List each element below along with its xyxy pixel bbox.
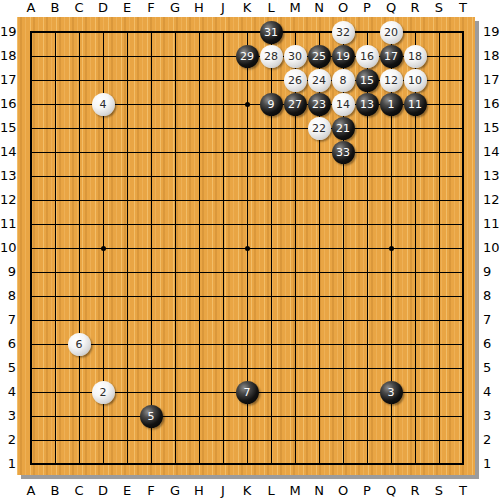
intersection[interactable] <box>139 260 163 284</box>
intersection[interactable] <box>403 404 427 428</box>
intersection[interactable] <box>187 188 211 212</box>
intersection[interactable]: 11 <box>403 92 427 116</box>
intersection[interactable] <box>115 164 139 188</box>
intersection[interactable]: 3 <box>379 380 403 404</box>
intersection[interactable] <box>451 92 475 116</box>
intersection[interactable] <box>427 20 451 44</box>
intersection[interactable] <box>139 116 163 140</box>
intersection[interactable] <box>331 212 355 236</box>
intersection[interactable]: 19 <box>331 44 355 68</box>
intersection[interactable] <box>19 188 43 212</box>
intersection[interactable] <box>235 92 259 116</box>
intersection[interactable] <box>331 452 355 476</box>
intersection[interactable] <box>91 452 115 476</box>
intersection[interactable] <box>115 116 139 140</box>
intersection[interactable] <box>139 236 163 260</box>
intersection[interactable] <box>163 332 187 356</box>
intersection[interactable] <box>427 68 451 92</box>
intersection[interactable] <box>211 188 235 212</box>
intersection[interactable] <box>427 260 451 284</box>
intersection[interactable] <box>67 356 91 380</box>
intersection[interactable] <box>187 116 211 140</box>
intersection[interactable] <box>211 20 235 44</box>
intersection[interactable] <box>307 428 331 452</box>
intersection[interactable] <box>139 428 163 452</box>
intersection[interactable] <box>403 212 427 236</box>
intersection[interactable] <box>139 380 163 404</box>
intersection[interactable] <box>379 284 403 308</box>
intersection[interactable] <box>379 116 403 140</box>
intersection[interactable] <box>115 332 139 356</box>
intersection[interactable] <box>91 260 115 284</box>
intersection[interactable] <box>67 236 91 260</box>
intersection[interactable] <box>139 164 163 188</box>
intersection[interactable] <box>187 404 211 428</box>
intersection[interactable]: 15 <box>355 68 379 92</box>
intersection[interactable] <box>307 188 331 212</box>
intersection[interactable] <box>403 428 427 452</box>
intersection[interactable] <box>139 188 163 212</box>
intersection[interactable] <box>307 236 331 260</box>
intersection[interactable]: 12 <box>379 68 403 92</box>
intersection[interactable] <box>115 236 139 260</box>
intersection[interactable]: 20 <box>379 20 403 44</box>
intersection[interactable] <box>115 452 139 476</box>
intersection[interactable] <box>163 236 187 260</box>
intersection[interactable] <box>211 452 235 476</box>
intersection[interactable] <box>211 404 235 428</box>
intersection[interactable]: 1 <box>379 92 403 116</box>
intersection[interactable]: 14 <box>331 92 355 116</box>
intersection[interactable] <box>259 188 283 212</box>
intersection[interactable] <box>355 116 379 140</box>
intersection[interactable] <box>67 428 91 452</box>
intersection[interactable] <box>19 356 43 380</box>
intersection[interactable] <box>115 308 139 332</box>
intersection[interactable] <box>115 140 139 164</box>
intersection[interactable] <box>19 236 43 260</box>
intersection[interactable] <box>403 356 427 380</box>
intersection[interactable] <box>331 404 355 428</box>
intersection[interactable] <box>403 332 427 356</box>
intersection[interactable] <box>91 68 115 92</box>
intersection[interactable] <box>451 116 475 140</box>
intersection[interactable] <box>427 212 451 236</box>
intersection[interactable] <box>67 212 91 236</box>
intersection[interactable] <box>115 20 139 44</box>
intersection[interactable] <box>163 68 187 92</box>
intersection[interactable] <box>211 116 235 140</box>
intersection[interactable] <box>163 212 187 236</box>
intersection[interactable] <box>187 164 211 188</box>
intersection[interactable] <box>211 92 235 116</box>
intersection[interactable]: 17 <box>379 44 403 68</box>
intersection[interactable] <box>43 356 67 380</box>
intersection[interactable] <box>163 20 187 44</box>
intersection[interactable]: 26 <box>283 68 307 92</box>
intersection[interactable]: 24 <box>307 68 331 92</box>
intersection[interactable] <box>139 452 163 476</box>
intersection[interactable] <box>91 308 115 332</box>
intersection[interactable] <box>283 140 307 164</box>
intersection[interactable] <box>235 404 259 428</box>
intersection[interactable] <box>451 44 475 68</box>
intersection[interactable] <box>91 428 115 452</box>
intersection[interactable] <box>235 332 259 356</box>
intersection[interactable] <box>19 44 43 68</box>
intersection[interactable] <box>67 68 91 92</box>
intersection[interactable] <box>283 452 307 476</box>
intersection[interactable] <box>307 284 331 308</box>
intersection[interactable]: 25 <box>307 44 331 68</box>
intersection[interactable] <box>43 404 67 428</box>
intersection[interactable] <box>307 308 331 332</box>
intersection[interactable] <box>115 380 139 404</box>
intersection[interactable] <box>331 236 355 260</box>
intersection[interactable] <box>187 356 211 380</box>
intersection[interactable] <box>187 140 211 164</box>
intersection[interactable] <box>235 308 259 332</box>
intersection[interactable]: 22 <box>307 116 331 140</box>
intersection[interactable]: 7 <box>235 380 259 404</box>
intersection[interactable] <box>283 308 307 332</box>
intersection[interactable] <box>19 68 43 92</box>
intersection[interactable] <box>403 188 427 212</box>
intersection[interactable] <box>259 356 283 380</box>
intersection[interactable] <box>451 356 475 380</box>
intersection[interactable] <box>259 428 283 452</box>
intersection[interactable] <box>187 332 211 356</box>
intersection[interactable] <box>259 308 283 332</box>
intersection[interactable] <box>211 260 235 284</box>
intersection[interactable] <box>451 236 475 260</box>
intersection[interactable] <box>331 356 355 380</box>
intersection[interactable] <box>67 284 91 308</box>
intersection[interactable] <box>115 44 139 68</box>
intersection[interactable]: 33 <box>331 140 355 164</box>
intersection[interactable] <box>67 188 91 212</box>
intersection[interactable] <box>259 452 283 476</box>
intersection[interactable] <box>379 236 403 260</box>
intersection[interactable] <box>163 116 187 140</box>
intersection[interactable] <box>283 380 307 404</box>
intersection[interactable] <box>307 20 331 44</box>
intersection[interactable] <box>139 68 163 92</box>
intersection[interactable] <box>43 164 67 188</box>
intersection[interactable] <box>331 260 355 284</box>
intersection[interactable] <box>67 404 91 428</box>
intersection[interactable] <box>427 140 451 164</box>
intersection[interactable] <box>331 164 355 188</box>
intersection[interactable] <box>187 452 211 476</box>
intersection[interactable] <box>139 212 163 236</box>
intersection[interactable] <box>187 44 211 68</box>
intersection[interactable] <box>67 380 91 404</box>
intersection[interactable] <box>427 116 451 140</box>
intersection[interactable] <box>235 116 259 140</box>
intersection[interactable] <box>43 140 67 164</box>
intersection[interactable] <box>235 164 259 188</box>
intersection[interactable] <box>115 92 139 116</box>
intersection[interactable] <box>67 260 91 284</box>
intersection[interactable] <box>139 140 163 164</box>
intersection[interactable] <box>427 428 451 452</box>
intersection[interactable] <box>91 404 115 428</box>
intersection[interactable]: 13 <box>355 92 379 116</box>
intersection[interactable] <box>67 116 91 140</box>
intersection[interactable] <box>355 308 379 332</box>
intersection[interactable] <box>115 356 139 380</box>
intersection[interactable] <box>379 212 403 236</box>
intersection[interactable] <box>427 332 451 356</box>
intersection[interactable] <box>139 92 163 116</box>
intersection[interactable] <box>139 20 163 44</box>
intersection[interactable] <box>43 20 67 44</box>
intersection[interactable] <box>307 260 331 284</box>
intersection[interactable] <box>451 284 475 308</box>
intersection[interactable] <box>211 380 235 404</box>
intersection[interactable] <box>259 284 283 308</box>
intersection[interactable] <box>115 404 139 428</box>
intersection[interactable] <box>331 380 355 404</box>
intersection[interactable] <box>427 380 451 404</box>
intersection[interactable] <box>43 308 67 332</box>
intersection[interactable] <box>283 404 307 428</box>
intersection[interactable] <box>235 260 259 284</box>
intersection[interactable] <box>259 116 283 140</box>
intersection[interactable] <box>379 428 403 452</box>
intersection[interactable] <box>163 140 187 164</box>
intersection[interactable] <box>451 20 475 44</box>
intersection[interactable]: 10 <box>403 68 427 92</box>
intersection[interactable] <box>307 164 331 188</box>
intersection[interactable] <box>283 116 307 140</box>
intersection[interactable] <box>43 116 67 140</box>
intersection[interactable] <box>235 212 259 236</box>
intersection[interactable] <box>235 284 259 308</box>
intersection[interactable] <box>187 20 211 44</box>
intersection[interactable] <box>283 260 307 284</box>
intersection[interactable] <box>211 284 235 308</box>
intersection[interactable] <box>451 332 475 356</box>
intersection[interactable] <box>379 260 403 284</box>
intersection[interactable] <box>91 188 115 212</box>
intersection[interactable] <box>187 92 211 116</box>
intersection[interactable] <box>19 452 43 476</box>
intersection[interactable] <box>235 188 259 212</box>
intersection[interactable]: 31 <box>259 20 283 44</box>
intersection[interactable] <box>211 212 235 236</box>
intersection[interactable] <box>331 188 355 212</box>
intersection[interactable] <box>403 20 427 44</box>
intersection[interactable] <box>427 164 451 188</box>
intersection[interactable] <box>259 164 283 188</box>
intersection[interactable] <box>283 236 307 260</box>
intersection[interactable] <box>91 116 115 140</box>
intersection[interactable] <box>163 452 187 476</box>
intersection[interactable] <box>43 236 67 260</box>
intersection[interactable] <box>19 428 43 452</box>
intersection[interactable] <box>163 260 187 284</box>
intersection[interactable] <box>91 20 115 44</box>
intersection[interactable] <box>211 332 235 356</box>
intersection[interactable]: 6 <box>67 332 91 356</box>
intersection[interactable] <box>379 164 403 188</box>
intersection[interactable] <box>163 404 187 428</box>
intersection[interactable] <box>187 236 211 260</box>
intersection[interactable]: 21 <box>331 116 355 140</box>
intersection[interactable]: 2 <box>91 380 115 404</box>
intersection[interactable] <box>379 332 403 356</box>
intersection[interactable] <box>139 44 163 68</box>
intersection[interactable]: 16 <box>355 44 379 68</box>
intersection[interactable] <box>427 236 451 260</box>
intersection[interactable] <box>259 68 283 92</box>
intersection[interactable] <box>379 188 403 212</box>
intersection[interactable] <box>187 260 211 284</box>
intersection[interactable] <box>427 452 451 476</box>
intersection[interactable]: 9 <box>259 92 283 116</box>
intersection[interactable]: 23 <box>307 92 331 116</box>
intersection[interactable] <box>355 20 379 44</box>
intersection[interactable] <box>19 92 43 116</box>
intersection[interactable] <box>259 236 283 260</box>
intersection[interactable] <box>19 212 43 236</box>
intersection[interactable] <box>163 44 187 68</box>
intersection[interactable] <box>235 236 259 260</box>
intersection[interactable] <box>67 92 91 116</box>
intersection[interactable]: 29 <box>235 44 259 68</box>
intersection[interactable] <box>235 140 259 164</box>
intersection[interactable] <box>67 452 91 476</box>
intersection[interactable] <box>43 68 67 92</box>
intersection[interactable] <box>307 356 331 380</box>
intersection[interactable] <box>307 404 331 428</box>
intersection[interactable] <box>187 380 211 404</box>
intersection[interactable]: 8 <box>331 68 355 92</box>
intersection[interactable] <box>451 140 475 164</box>
intersection[interactable]: 18 <box>403 44 427 68</box>
intersection[interactable] <box>451 68 475 92</box>
intersection[interactable] <box>259 404 283 428</box>
intersection[interactable] <box>427 404 451 428</box>
intersection[interactable] <box>307 332 331 356</box>
intersection[interactable] <box>379 140 403 164</box>
intersection[interactable] <box>91 212 115 236</box>
intersection[interactable] <box>379 452 403 476</box>
intersection[interactable] <box>67 140 91 164</box>
intersection[interactable]: 28 <box>259 44 283 68</box>
intersection[interactable] <box>235 452 259 476</box>
intersection[interactable] <box>91 140 115 164</box>
intersection[interactable] <box>115 212 139 236</box>
intersection[interactable] <box>451 188 475 212</box>
intersection[interactable] <box>451 260 475 284</box>
intersection[interactable] <box>427 44 451 68</box>
intersection[interactable] <box>115 68 139 92</box>
intersection[interactable] <box>211 428 235 452</box>
intersection[interactable]: 30 <box>283 44 307 68</box>
intersection[interactable] <box>91 236 115 260</box>
intersection[interactable] <box>451 380 475 404</box>
intersection[interactable] <box>403 164 427 188</box>
intersection[interactable] <box>139 332 163 356</box>
intersection[interactable] <box>67 44 91 68</box>
intersection[interactable] <box>67 164 91 188</box>
intersection[interactable] <box>355 164 379 188</box>
intersection[interactable]: 27 <box>283 92 307 116</box>
intersection[interactable] <box>211 308 235 332</box>
intersection[interactable] <box>115 284 139 308</box>
intersection[interactable] <box>331 284 355 308</box>
intersection[interactable] <box>139 356 163 380</box>
intersection[interactable] <box>451 212 475 236</box>
intersection[interactable] <box>307 212 331 236</box>
intersection[interactable] <box>115 188 139 212</box>
intersection[interactable] <box>19 332 43 356</box>
intersection[interactable] <box>283 188 307 212</box>
intersection[interactable] <box>187 68 211 92</box>
intersection[interactable] <box>163 380 187 404</box>
intersection[interactable] <box>19 404 43 428</box>
intersection[interactable] <box>259 212 283 236</box>
intersection[interactable] <box>43 428 67 452</box>
intersection[interactable] <box>355 212 379 236</box>
intersection[interactable] <box>91 356 115 380</box>
intersection[interactable] <box>259 260 283 284</box>
intersection[interactable] <box>43 212 67 236</box>
intersection[interactable] <box>355 356 379 380</box>
intersection[interactable] <box>187 284 211 308</box>
intersection[interactable]: 5 <box>139 404 163 428</box>
intersection[interactable] <box>235 68 259 92</box>
intersection[interactable] <box>163 308 187 332</box>
intersection[interactable] <box>355 452 379 476</box>
intersection[interactable] <box>355 236 379 260</box>
intersection[interactable] <box>91 164 115 188</box>
intersection[interactable] <box>163 356 187 380</box>
intersection[interactable] <box>139 284 163 308</box>
intersection[interactable] <box>283 212 307 236</box>
intersection[interactable] <box>43 284 67 308</box>
intersection[interactable] <box>43 332 67 356</box>
intersection[interactable] <box>19 308 43 332</box>
intersection[interactable] <box>19 116 43 140</box>
intersection[interactable] <box>259 380 283 404</box>
intersection[interactable] <box>427 284 451 308</box>
intersection[interactable]: 4 <box>91 92 115 116</box>
intersection[interactable] <box>451 428 475 452</box>
intersection[interactable] <box>187 428 211 452</box>
intersection[interactable] <box>43 44 67 68</box>
intersection[interactable] <box>259 332 283 356</box>
intersection[interactable] <box>451 404 475 428</box>
intersection[interactable] <box>187 308 211 332</box>
intersection[interactable] <box>235 356 259 380</box>
intersection[interactable] <box>259 140 283 164</box>
intersection[interactable] <box>163 188 187 212</box>
intersection[interactable] <box>427 356 451 380</box>
intersection[interactable] <box>283 356 307 380</box>
intersection[interactable] <box>19 164 43 188</box>
intersection[interactable] <box>451 308 475 332</box>
intersection[interactable] <box>403 308 427 332</box>
intersection[interactable] <box>139 308 163 332</box>
intersection[interactable] <box>19 260 43 284</box>
intersection[interactable] <box>19 284 43 308</box>
intersection[interactable] <box>427 92 451 116</box>
intersection[interactable] <box>427 188 451 212</box>
